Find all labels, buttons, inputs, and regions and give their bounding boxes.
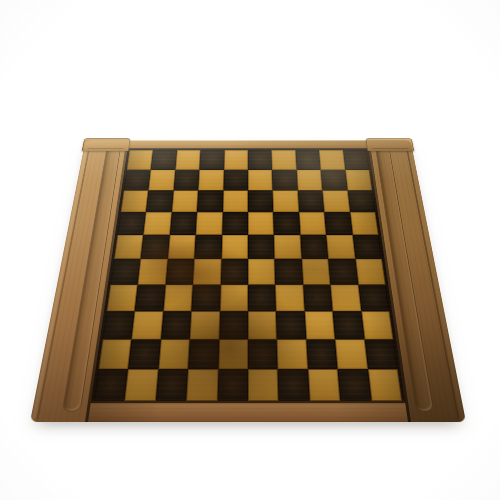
board-square — [98, 339, 131, 369]
board-square — [358, 284, 389, 311]
board-square — [218, 339, 248, 369]
board-square — [343, 150, 369, 170]
board-square — [323, 191, 350, 213]
right-rail-top-cap — [366, 138, 415, 151]
board-square — [333, 311, 364, 339]
board-square — [125, 369, 158, 401]
board-square — [368, 369, 402, 401]
board-square — [306, 339, 338, 369]
board-square — [350, 212, 379, 235]
board-square — [272, 170, 297, 191]
board-square — [135, 284, 166, 311]
board-square — [319, 150, 345, 170]
board-square — [330, 284, 361, 311]
photo-background — [0, 0, 500, 500]
board-square — [276, 311, 306, 339]
board-square — [165, 259, 194, 284]
board-square — [248, 235, 275, 259]
board-square — [132, 311, 163, 339]
board-square — [298, 191, 325, 213]
board-square — [217, 369, 248, 401]
board-square — [248, 369, 279, 401]
board-square — [168, 235, 196, 259]
board-square — [156, 369, 189, 401]
board-square — [188, 339, 219, 369]
board-square — [103, 311, 135, 339]
board-square — [248, 191, 273, 213]
board-square — [138, 259, 168, 284]
board-square — [117, 212, 146, 235]
board-square — [248, 150, 272, 170]
board-square — [352, 235, 381, 259]
board-square — [275, 284, 304, 311]
board-square — [275, 259, 303, 284]
board-square — [197, 191, 223, 213]
wooden-board-tray — [30, 140, 466, 422]
board-square — [127, 150, 153, 170]
board-square — [355, 259, 385, 284]
board-square — [141, 235, 170, 259]
board-square — [328, 259, 358, 284]
board-square — [248, 212, 274, 235]
board-square — [273, 191, 299, 213]
board-square — [114, 235, 143, 259]
board-square — [274, 235, 301, 259]
board-square — [295, 150, 320, 170]
board-square — [151, 150, 177, 170]
board-square — [107, 284, 138, 311]
board-square — [297, 170, 323, 191]
board-square — [175, 150, 200, 170]
board-square — [299, 212, 326, 235]
board-square — [308, 369, 341, 401]
perspective-scene — [0, 0, 500, 500]
board-square — [338, 369, 371, 401]
board-square — [196, 212, 223, 235]
board-square — [300, 235, 328, 259]
board-square — [146, 191, 173, 213]
board-square — [272, 150, 297, 170]
board-square — [222, 212, 248, 235]
board-square — [345, 170, 372, 191]
board-square — [220, 259, 247, 284]
board-square — [248, 339, 278, 369]
board-square — [248, 284, 276, 311]
board-square — [324, 212, 352, 235]
checkerboard — [94, 150, 402, 401]
board-square — [128, 339, 160, 369]
board-square — [326, 235, 355, 259]
board-square — [194, 235, 221, 259]
board-square — [186, 369, 218, 401]
board-well — [91, 148, 406, 403]
board-square — [219, 311, 248, 339]
board-square — [303, 284, 333, 311]
board-square — [199, 150, 224, 170]
board-square — [302, 259, 331, 284]
board-square — [273, 212, 300, 235]
board-square — [149, 170, 176, 191]
board-square — [190, 311, 220, 339]
board-square — [248, 311, 277, 339]
board-square — [94, 369, 128, 401]
board-square — [248, 259, 276, 284]
board-square — [193, 259, 221, 284]
board-square — [248, 170, 273, 191]
board-square — [305, 311, 336, 339]
board-square — [161, 311, 192, 339]
board-square — [110, 259, 140, 284]
board-square — [347, 191, 375, 213]
board-square — [335, 339, 367, 369]
board-square — [361, 311, 393, 339]
board-square — [170, 212, 197, 235]
board-square — [224, 150, 248, 170]
tray-center — [88, 140, 408, 422]
board-square — [277, 339, 308, 369]
board-square — [172, 191, 199, 213]
board-square — [173, 170, 199, 191]
board-square — [221, 235, 248, 259]
board-square — [278, 369, 310, 401]
board-square — [158, 339, 190, 369]
board-square — [321, 170, 348, 191]
board-square — [364, 339, 397, 369]
board-square — [198, 170, 223, 191]
bottom-wood-strip — [88, 401, 408, 422]
board-square — [220, 284, 248, 311]
board-square — [223, 170, 248, 191]
board-square — [144, 212, 172, 235]
left-rail-top-cap — [82, 138, 131, 151]
board-square — [223, 191, 248, 213]
board-square — [191, 284, 220, 311]
board-square — [163, 284, 193, 311]
board-square — [124, 170, 151, 191]
board-square — [121, 191, 149, 213]
